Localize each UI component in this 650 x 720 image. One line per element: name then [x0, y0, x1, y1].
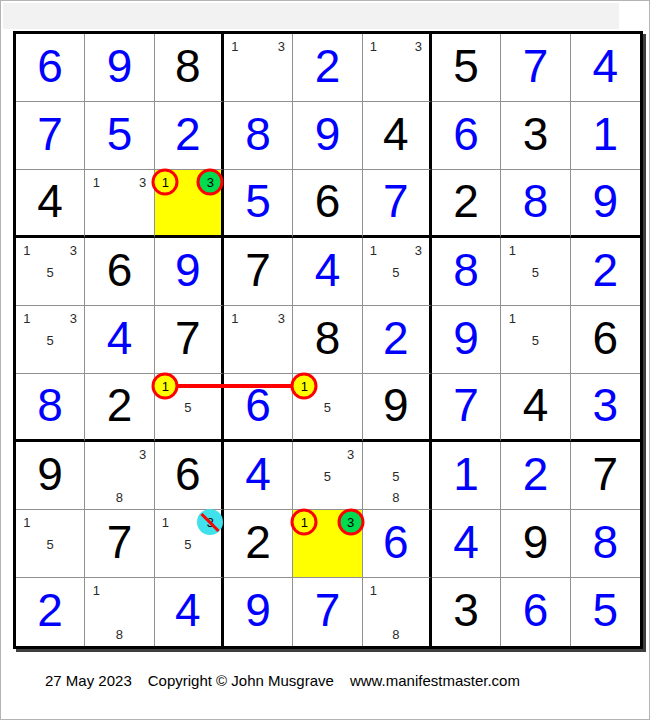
cell-r1c6[interactable]: 13	[363, 34, 432, 102]
footer-site-url[interactable]: www.manifestmaster.com	[350, 672, 520, 689]
candidate-5: 5	[184, 400, 191, 413]
solved-digit: 5	[593, 587, 619, 633]
footer: 27 May 2023 Copyright © John Musgrave ww…	[45, 669, 520, 691]
cell-r1c4[interactable]: 13	[224, 34, 293, 102]
cell-r3c5[interactable]: 6	[293, 170, 362, 238]
solved-digit: 8	[453, 247, 479, 293]
cell-r9c7[interactable]: 3	[432, 578, 501, 646]
candidate-1: 1	[23, 516, 30, 529]
candidate-8: 8	[392, 490, 399, 503]
cell-r8c5[interactable]: 13	[293, 510, 362, 578]
candidate-1-circle-yellow: 1	[291, 372, 318, 399]
cell-r6c5[interactable]: 15	[293, 374, 362, 442]
given-digit: 6	[315, 178, 341, 224]
top-toolbar	[3, 3, 619, 29]
given-digit: 9	[37, 451, 63, 497]
cell-r2c4[interactable]: 8	[224, 102, 293, 170]
cell-r2c3[interactable]: 2	[155, 102, 224, 170]
solved-digit: 8	[245, 111, 271, 157]
given-digit: 2	[245, 519, 271, 565]
candidate-3: 3	[347, 448, 354, 461]
candidate-5: 5	[47, 333, 54, 346]
cell-r4c9[interactable]: 2	[571, 238, 640, 306]
cell-r5c4[interactable]: 13	[224, 306, 293, 374]
cell-r5c8[interactable]: 15	[501, 306, 570, 374]
cell-r2c6[interactable]: 4	[363, 102, 432, 170]
cell-r7c1[interactable]: 9	[16, 442, 85, 510]
cell-r9c8[interactable]: 6	[501, 578, 570, 646]
candidate-3: 3	[70, 312, 77, 325]
candidate-1: 1	[162, 516, 169, 529]
given-digit: 9	[383, 382, 409, 428]
footer-copyright: Copyright © John Musgrave	[148, 672, 334, 689]
candidate-1: 1	[23, 244, 30, 257]
cell-r8c8[interactable]: 9	[501, 510, 570, 578]
cell-r6c2[interactable]: 2	[85, 374, 154, 442]
given-digit: 2	[453, 178, 479, 224]
cell-r2c2[interactable]: 5	[85, 102, 154, 170]
candidate-1: 1	[370, 584, 377, 597]
solved-digit: 1	[593, 111, 619, 157]
candidate-1: 1	[231, 40, 238, 53]
given-digit: 6	[175, 451, 201, 497]
cell-r8c6[interactable]: 6	[363, 510, 432, 578]
solved-digit: 8	[593, 519, 619, 565]
solved-digit: 4	[107, 315, 133, 361]
given-digit: 9	[523, 519, 549, 565]
given-digit: 8	[315, 315, 341, 361]
solved-digit: 4	[315, 247, 341, 293]
solved-digit: 9	[453, 315, 479, 361]
cell-r8c1[interactable]: 15	[16, 510, 85, 578]
solved-digit: 2	[37, 587, 63, 633]
solved-digit: 9	[107, 43, 133, 89]
given-digit: 7	[245, 247, 271, 293]
solved-digit: 6	[37, 43, 63, 89]
cell-r3c8[interactable]: 8	[501, 170, 570, 238]
solved-digit: 7	[37, 111, 63, 157]
cell-r3c7[interactable]: 2	[432, 170, 501, 238]
cell-r9c3[interactable]: 4	[155, 578, 224, 646]
cell-r9c9[interactable]: 5	[571, 578, 640, 646]
cell-r8c7[interactable]: 4	[432, 510, 501, 578]
solved-digit: 5	[107, 111, 133, 157]
given-digit: 7	[593, 451, 619, 497]
candidate-1: 1	[23, 312, 30, 325]
candidate-1: 1	[231, 312, 238, 325]
candidate-1: 1	[93, 175, 100, 188]
cell-r2c5[interactable]: 9	[293, 102, 362, 170]
cell-r3c3[interactable]: 13	[155, 170, 224, 238]
cell-r4c8[interactable]: 15	[501, 238, 570, 306]
cell-r9c4[interactable]: 9	[224, 578, 293, 646]
solved-digit: 9	[315, 111, 341, 157]
candidate-1: 1	[509, 312, 516, 325]
cell-r8c4[interactable]: 2	[224, 510, 293, 578]
cell-r1c3[interactable]: 8	[155, 34, 224, 102]
candidate-5: 5	[392, 469, 399, 482]
candidate-5: 5	[392, 265, 399, 278]
candidate-3-eliminated-cyan: 3	[197, 509, 223, 535]
cell-r5c3[interactable]: 7	[155, 306, 224, 374]
cell-r7c3[interactable]: 6	[155, 442, 224, 510]
solved-digit: 4	[593, 43, 619, 89]
solved-digit: 6	[453, 111, 479, 157]
solved-digit: 6	[245, 382, 271, 428]
cell-r3c2[interactable]: 13	[85, 170, 154, 238]
cell-r8c9[interactable]: 8	[571, 510, 640, 578]
cell-r8c3[interactable]: 135	[155, 510, 224, 578]
candidate-1: 1	[93, 584, 100, 597]
cell-r4c5[interactable]: 4	[293, 238, 362, 306]
cell-r6c1[interactable]: 8	[16, 374, 85, 442]
given-digit: 5	[453, 43, 479, 89]
candidate-5: 5	[324, 400, 331, 413]
given-digit: 4	[37, 178, 63, 224]
candidate-3: 3	[139, 448, 146, 461]
solved-digit: 7	[523, 43, 549, 89]
chain-link-line	[166, 384, 305, 388]
candidate-3: 3	[278, 312, 285, 325]
solved-digit: 2	[523, 451, 549, 497]
solved-digit: 7	[453, 382, 479, 428]
given-digit: 3	[453, 587, 479, 633]
cell-r1c2[interactable]: 9	[85, 34, 154, 102]
cell-r3c6[interactable]: 7	[363, 170, 432, 238]
cell-r1c1[interactable]: 6	[16, 34, 85, 102]
given-digit: 4	[383, 111, 409, 157]
cell-r7c6[interactable]: 58	[363, 442, 432, 510]
solved-digit: 2	[383, 315, 409, 361]
cell-r2c9[interactable]: 1	[571, 102, 640, 170]
candidate-3: 3	[415, 40, 422, 53]
candidate-3: 3	[415, 244, 422, 257]
candidate-3-circle-green: 3	[337, 509, 364, 536]
cell-r7c2[interactable]: 38	[85, 442, 154, 510]
cell-r9c6[interactable]: 18	[363, 578, 432, 646]
solved-digit: 4	[175, 587, 201, 633]
cell-r4c1[interactable]: 135	[16, 238, 85, 306]
solved-digit: 1	[453, 451, 479, 497]
cell-r2c8[interactable]: 3	[501, 102, 570, 170]
cell-r7c7[interactable]: 1	[432, 442, 501, 510]
sudoku-board: 6981321357475289463141313567289135697413…	[13, 31, 643, 649]
solved-digit: 9	[245, 587, 271, 633]
solved-digit: 9	[175, 247, 201, 293]
candidate-3: 3	[139, 175, 146, 188]
cell-r1c9[interactable]: 4	[571, 34, 640, 102]
cell-r3c4[interactable]: 5	[224, 170, 293, 238]
candidate-5: 5	[324, 469, 331, 482]
solved-digit: 6	[523, 587, 549, 633]
solved-digit: 3	[593, 382, 619, 428]
solved-digit: 6	[383, 519, 409, 565]
cell-r8c2[interactable]: 7	[85, 510, 154, 578]
solved-digit: 7	[315, 587, 341, 633]
cell-r5c6[interactable]: 2	[363, 306, 432, 374]
candidate-3: 3	[278, 40, 285, 53]
cell-r7c5[interactable]: 35	[293, 442, 362, 510]
candidate-5: 5	[532, 265, 539, 278]
cell-r6c7[interactable]: 7	[432, 374, 501, 442]
solved-digit: 4	[245, 451, 271, 497]
solved-digit: 7	[383, 178, 409, 224]
candidate-3-circle-green: 3	[197, 168, 224, 195]
sudoku-page: 6981321357475289463141313567289135697413…	[0, 0, 650, 720]
solved-digit: 2	[593, 247, 619, 293]
candidate-5: 5	[532, 333, 539, 346]
candidate-8: 8	[392, 627, 399, 640]
candidate-1-circle-yellow: 1	[291, 509, 318, 536]
cell-r2c1[interactable]: 7	[16, 102, 85, 170]
cell-r5c2[interactable]: 4	[85, 306, 154, 374]
footer-date: 27 May 2023	[45, 672, 132, 689]
cell-r7c8[interactable]: 2	[501, 442, 570, 510]
cell-r7c4[interactable]: 4	[224, 442, 293, 510]
candidate-5: 5	[47, 537, 54, 550]
solved-digit: 4	[453, 519, 479, 565]
candidate-1: 1	[509, 244, 516, 257]
candidate-3: 3	[70, 244, 77, 257]
candidate-1-circle-yellow: 1	[152, 168, 179, 195]
given-digit: 7	[175, 315, 201, 361]
cell-r6c9[interactable]: 3	[571, 374, 640, 442]
solved-digit: 2	[175, 111, 201, 157]
candidate-1-circle-yellow: 1	[152, 372, 179, 399]
given-digit: 6	[593, 315, 619, 361]
cell-r5c5[interactable]: 8	[293, 306, 362, 374]
candidate-5: 5	[184, 537, 191, 550]
given-digit: 7	[107, 519, 133, 565]
cell-r4c3[interactable]: 9	[155, 238, 224, 306]
cell-r1c7[interactable]: 5	[432, 34, 501, 102]
cell-r4c4[interactable]: 7	[224, 238, 293, 306]
given-digit: 8	[175, 43, 201, 89]
candidate-8: 8	[116, 627, 123, 640]
solved-digit: 8	[37, 382, 63, 428]
candidate-1: 1	[370, 40, 377, 53]
given-digit: 4	[523, 382, 549, 428]
candidate-1: 1	[370, 244, 377, 257]
cell-r1c5[interactable]: 2	[293, 34, 362, 102]
given-digit: 6	[107, 247, 133, 293]
given-digit: 2	[107, 382, 133, 428]
cell-r7c9[interactable]: 7	[571, 442, 640, 510]
candidate-5: 5	[47, 265, 54, 278]
cell-r4c6[interactable]: 135	[363, 238, 432, 306]
cell-r3c1[interactable]: 4	[16, 170, 85, 238]
cell-r2c7[interactable]: 6	[432, 102, 501, 170]
given-digit: 3	[523, 111, 549, 157]
solved-digit: 9	[593, 178, 619, 224]
cell-r9c1[interactable]: 2	[16, 578, 85, 646]
cell-r5c7[interactable]: 9	[432, 306, 501, 374]
cell-r3c9[interactable]: 9	[571, 170, 640, 238]
cell-r4c2[interactable]: 6	[85, 238, 154, 306]
solved-digit: 5	[245, 178, 271, 224]
cell-r5c9[interactable]: 6	[571, 306, 640, 374]
cell-r6c8[interactable]: 4	[501, 374, 570, 442]
cell-r5c1[interactable]: 135	[16, 306, 85, 374]
cell-r9c2[interactable]: 18	[85, 578, 154, 646]
cell-r9c5[interactable]: 7	[293, 578, 362, 646]
solved-digit: 8	[523, 178, 549, 224]
cell-r6c6[interactable]: 9	[363, 374, 432, 442]
cell-r4c7[interactable]: 8	[432, 238, 501, 306]
solved-digit: 2	[315, 43, 341, 89]
candidate-8: 8	[116, 490, 123, 503]
cell-r1c8[interactable]: 7	[501, 34, 570, 102]
